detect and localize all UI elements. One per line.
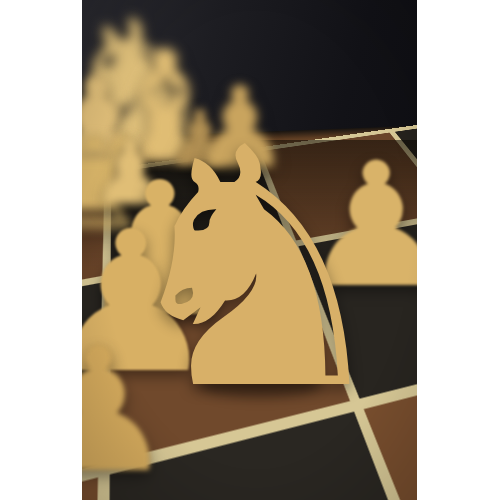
pieces-layer: ♞♝♟♟♟♜♟♟♟♟♞♟ (82, 0, 417, 500)
chess-set-photo: ♞♝♟♟♟♜♟♟♟♟♞♟ (82, 0, 417, 500)
photo-stage: ♞♝♟♟♟♜♟♟♟♟♞♟ (0, 0, 500, 500)
white-pawn-a3: ♟ (82, 325, 175, 497)
